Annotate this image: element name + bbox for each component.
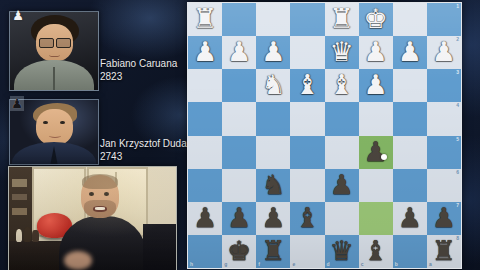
caruana-jacket-zip	[53, 67, 55, 90]
rank-label: 6	[456, 170, 459, 175]
square-f6[interactable]: ♞	[256, 169, 290, 202]
square-f7[interactable]: ♟	[256, 202, 290, 235]
piece-wP-c2[interactable]: ♟	[364, 38, 388, 65]
duda-face	[36, 109, 73, 145]
square-c6[interactable]	[359, 169, 393, 202]
file-label: e	[292, 262, 295, 267]
square-c7[interactable]	[359, 202, 393, 235]
file-label: f	[258, 262, 260, 267]
square-a6[interactable]: 6	[427, 169, 461, 202]
square-d7[interactable]	[325, 202, 359, 235]
file-label: a	[429, 262, 432, 267]
player-rating-white: 2823	[100, 70, 177, 83]
piece-wQ-d2[interactable]: ♛	[329, 38, 353, 65]
square-c1[interactable]: ♚	[359, 3, 393, 36]
piece-wP-b2[interactable]: ♟	[398, 38, 422, 65]
square-h7[interactable]: ♟	[188, 202, 222, 235]
glasses-icon	[56, 38, 71, 48]
piece-bP-h7[interactable]: ♟	[193, 204, 217, 231]
square-h1[interactable]: ♜	[188, 3, 222, 36]
piece-bR-a8[interactable]: ♜	[432, 237, 456, 264]
square-e3[interactable]: ♝	[290, 69, 324, 102]
square-d8[interactable]: ♛d	[325, 235, 359, 268]
piece-bQ-d8[interactable]: ♛	[329, 237, 353, 264]
piece-wN-f3[interactable]: ♞	[261, 71, 285, 98]
square-a5[interactable]: 5	[427, 136, 461, 169]
piece-wP-c3[interactable]: ♟	[364, 71, 388, 98]
chess-board[interactable]: ♜♜♚1♟♟♟♛♟♟♟2♞♝♝♟34♟5♞♟6♟♟♟♝♟♟7h♚g♜fe♛d♝c…	[187, 2, 462, 269]
square-a7[interactable]: ♟7	[427, 202, 461, 235]
square-d6[interactable]: ♟	[325, 169, 359, 202]
square-b3[interactable]	[393, 69, 427, 102]
piece-bP-d6[interactable]: ♟	[329, 171, 353, 198]
square-a2[interactable]: ♟2	[427, 36, 461, 69]
piece-bB-e7[interactable]: ♝	[295, 204, 319, 231]
file-label: h	[190, 262, 193, 267]
square-a1[interactable]: 1	[427, 3, 461, 36]
piece-wK-c1[interactable]: ♚	[364, 5, 388, 32]
square-g7[interactable]: ♟	[222, 202, 256, 235]
square-e2[interactable]	[290, 36, 324, 69]
square-d3[interactable]: ♝	[325, 69, 359, 102]
square-d4[interactable]	[325, 102, 359, 135]
rank-label: 8	[456, 236, 459, 241]
square-a4[interactable]: 4	[427, 102, 461, 135]
square-c3[interactable]: ♟	[359, 69, 393, 102]
square-g3[interactable]	[222, 69, 256, 102]
square-a3[interactable]: 3	[427, 69, 461, 102]
square-g1[interactable]	[222, 3, 256, 36]
square-h6[interactable]	[188, 169, 222, 202]
piece-bN-f6[interactable]: ♞	[261, 171, 285, 198]
square-g6[interactable]	[222, 169, 256, 202]
square-e1[interactable]	[290, 3, 324, 36]
square-e7[interactable]: ♝	[290, 202, 324, 235]
rank-label: 1	[456, 4, 459, 9]
piece-bR-f8[interactable]: ♜	[261, 237, 285, 264]
glasses-icon	[39, 38, 54, 48]
piece-bP-c5[interactable]: ♟	[364, 138, 388, 165]
piece-wB-e3[interactable]: ♝	[295, 71, 319, 98]
square-b7[interactable]: ♟	[393, 202, 427, 235]
file-label: d	[327, 262, 330, 267]
square-e8[interactable]: e	[290, 235, 324, 268]
move-cursor-dot	[381, 154, 387, 160]
square-h2[interactable]: ♟	[188, 36, 222, 69]
square-c8[interactable]: ♝c	[359, 235, 393, 268]
white-pawn-icon: ♟	[11, 8, 25, 23]
piece-wR-d1[interactable]: ♜	[329, 5, 353, 32]
square-d1[interactable]: ♜	[325, 3, 359, 36]
square-c4[interactable]	[359, 102, 393, 135]
piece-wP-a2[interactable]: ♟	[432, 38, 456, 65]
square-g4[interactable]	[222, 102, 256, 135]
file-label: b	[395, 262, 398, 267]
square-g5[interactable]	[222, 136, 256, 169]
piece-bP-b7[interactable]: ♟	[398, 204, 422, 231]
square-e4[interactable]	[290, 102, 324, 135]
rank-label: 4	[456, 103, 459, 108]
square-g2[interactable]: ♟	[222, 36, 256, 69]
square-b1[interactable]	[393, 3, 427, 36]
square-f4[interactable]	[256, 102, 290, 135]
piece-wB-d3[interactable]: ♝	[329, 71, 353, 98]
file-label: c	[361, 262, 364, 267]
square-h4[interactable]	[188, 102, 222, 135]
square-f1[interactable]	[256, 3, 290, 36]
player-card-white: Fabiano Caruana 2823	[100, 57, 177, 83]
piece-bP-g7[interactable]: ♟	[227, 204, 251, 231]
square-f3[interactable]: ♞	[256, 69, 290, 102]
square-g8[interactable]: ♚g	[222, 235, 256, 268]
broadcast-frame: ♟ Fabiano Caruana 2823 ♟ Jan Krzysztof D…	[0, 0, 480, 270]
square-b8[interactable]: b	[393, 235, 427, 268]
square-e5[interactable]	[290, 136, 324, 169]
square-c5[interactable]: ♟	[359, 136, 393, 169]
rank-label: 2	[456, 37, 459, 42]
square-h8[interactable]: h	[188, 235, 222, 268]
file-label: g	[224, 262, 227, 267]
square-d2[interactable]: ♛	[325, 36, 359, 69]
piece-wP-g2[interactable]: ♟	[227, 38, 251, 65]
square-c2[interactable]: ♟	[359, 36, 393, 69]
square-b4[interactable]	[393, 102, 427, 135]
square-e6[interactable]	[290, 169, 324, 202]
piece-bK-g8[interactable]: ♚	[227, 237, 251, 264]
player-rating-black: 2743	[100, 150, 187, 163]
piece-bP-a7[interactable]: ♟	[432, 204, 456, 231]
square-f2[interactable]: ♟	[256, 36, 290, 69]
square-f5[interactable]	[256, 136, 290, 169]
commentator-webcam	[8, 166, 177, 270]
rank-label: 3	[456, 70, 459, 75]
piece-wP-f2[interactable]: ♟	[261, 38, 285, 65]
square-b5[interactable]	[393, 136, 427, 169]
square-b2[interactable]: ♟	[393, 36, 427, 69]
duda-eye	[60, 121, 64, 124]
square-h5[interactable]	[188, 136, 222, 169]
webcam-lighting	[9, 167, 176, 270]
piece-bP-f7[interactable]: ♟	[261, 204, 285, 231]
piece-wP-h2[interactable]: ♟	[193, 38, 217, 65]
player-card-black: Jan Krzysztof Duda 2743	[100, 137, 187, 163]
piece-bB-c8[interactable]: ♝	[364, 237, 388, 264]
rank-label: 5	[456, 137, 459, 142]
player-name-white: Fabiano Caruana	[100, 57, 177, 70]
player-photo-caruana	[9, 11, 99, 91]
square-h3[interactable]	[188, 69, 222, 102]
black-pawn-icon: ♟	[10, 96, 24, 111]
square-b6[interactable]	[393, 169, 427, 202]
player-name-black: Jan Krzysztof Duda	[100, 137, 187, 150]
square-f8[interactable]: ♜f	[256, 235, 290, 268]
rank-label: 7	[456, 203, 459, 208]
square-a8[interactable]: ♜8a	[427, 235, 461, 268]
piece-wR-h1[interactable]: ♜	[193, 5, 217, 32]
square-d5[interactable]	[325, 136, 359, 169]
